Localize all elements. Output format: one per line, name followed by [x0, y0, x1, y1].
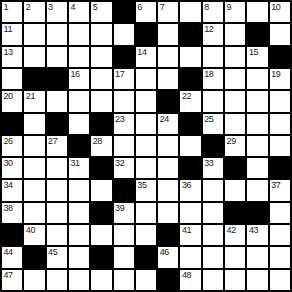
white-cell-r3c8[interactable] [158, 47, 178, 67]
white-cell-r9c3[interactable] [47, 180, 67, 200]
white-cell-r9c10[interactable] [203, 180, 223, 200]
white-cell-r13c12[interactable] [247, 270, 267, 290]
white-cell-r6c12[interactable] [247, 114, 267, 134]
white-cell-r9c1[interactable]: 34 [2, 180, 22, 200]
white-cell-r11c11[interactable]: 42 [225, 225, 245, 245]
clue-number-30: 30 [4, 158, 13, 168]
clue-number-15: 15 [249, 47, 258, 57]
black-cell-r9c6 [114, 180, 134, 200]
black-cell-r12c7 [136, 247, 156, 267]
white-cell-r13c11[interactable] [225, 270, 245, 290]
black-cell-r3c13 [270, 47, 290, 67]
white-cell-r12c10[interactable] [203, 247, 223, 267]
white-cell-r4c12[interactable] [247, 69, 267, 89]
white-cell-r4c6[interactable]: 17 [114, 69, 134, 89]
clue-number-8: 8 [204, 2, 209, 12]
white-cell-r3c4[interactable] [69, 47, 89, 67]
black-cell-r8c11 [225, 158, 245, 178]
white-cell-r9c2[interactable] [24, 180, 44, 200]
clue-number-21: 21 [26, 91, 35, 101]
clue-number-34: 34 [4, 180, 13, 190]
white-cell-r1c7[interactable]: 6 [136, 2, 156, 22]
black-cell-r2c7 [136, 24, 156, 44]
white-cell-r3c7[interactable]: 14 [136, 47, 156, 67]
clue-number-19: 19 [271, 69, 280, 79]
white-cell-r3c9[interactable] [180, 47, 200, 67]
clue-number-29: 29 [227, 136, 236, 146]
white-cell-r13c10[interactable] [203, 270, 223, 290]
white-cell-r10c10[interactable] [203, 203, 223, 223]
white-cell-r6c10[interactable]: 25 [203, 114, 223, 134]
white-cell-r13c5[interactable] [91, 270, 111, 290]
white-cell-r6c2[interactable] [24, 114, 44, 134]
clue-number-18: 18 [204, 69, 213, 79]
white-cell-r11c10[interactable] [203, 225, 223, 245]
white-cell-r5c9[interactable]: 22 [180, 91, 200, 111]
white-cell-r9c9[interactable]: 36 [180, 180, 200, 200]
white-cell-r7c13[interactable] [270, 136, 290, 156]
white-cell-r3c11[interactable] [225, 47, 245, 67]
white-cell-r10c1[interactable]: 38 [2, 203, 22, 223]
clue-number-7: 7 [160, 2, 165, 12]
clue-number-5: 5 [93, 2, 98, 12]
black-cell-r2c12 [247, 24, 267, 44]
white-cell-r13c4[interactable] [69, 270, 89, 290]
white-cell-r7c7[interactable] [136, 136, 156, 156]
white-cell-r13c9[interactable]: 48 [180, 270, 200, 290]
white-cell-r1c5[interactable]: 5 [91, 2, 111, 22]
white-cell-r11c5[interactable] [91, 225, 111, 245]
white-cell-r8c10[interactable]: 33 [203, 158, 223, 178]
clue-number-44: 44 [4, 247, 13, 257]
white-cell-r11c9[interactable]: 41 [180, 225, 200, 245]
white-cell-r3c12[interactable]: 15 [247, 47, 267, 67]
black-cell-r10c5 [91, 203, 111, 223]
white-cell-r12c1[interactable]: 44 [2, 247, 22, 267]
white-cell-r1c12[interactable] [247, 2, 267, 22]
white-cell-r13c6[interactable] [114, 270, 134, 290]
clue-number-27: 27 [48, 136, 57, 146]
white-cell-r8c12[interactable] [247, 158, 267, 178]
white-cell-r6c4[interactable] [69, 114, 89, 134]
clue-number-43: 43 [249, 225, 258, 235]
white-cell-r8c3[interactable] [47, 158, 67, 178]
white-cell-r5c1[interactable]: 20 [2, 91, 22, 111]
clue-number-4: 4 [70, 2, 75, 12]
white-cell-r13c2[interactable] [24, 270, 44, 290]
white-cell-r10c6[interactable]: 39 [114, 203, 134, 223]
black-cell-r11c1 [2, 225, 22, 245]
white-cell-r2c2[interactable] [24, 24, 44, 44]
white-cell-r13c1[interactable]: 47 [2, 270, 22, 290]
clue-number-11: 11 [4, 24, 13, 34]
white-cell-r5c6[interactable] [114, 91, 134, 111]
clue-number-37: 37 [271, 180, 280, 190]
white-cell-r2c6[interactable] [114, 24, 134, 44]
white-cell-r11c4[interactable] [69, 225, 89, 245]
clue-number-40: 40 [26, 225, 35, 235]
white-cell-r9c8[interactable] [158, 180, 178, 200]
black-cell-r4c3 [47, 69, 67, 89]
white-cell-r11c6[interactable] [114, 225, 134, 245]
clue-number-24: 24 [160, 114, 169, 124]
black-cell-r5c8 [158, 91, 178, 111]
black-cell-r6c9 [180, 114, 200, 134]
white-cell-r2c3[interactable] [47, 24, 67, 44]
white-cell-r12c4[interactable] [69, 247, 89, 267]
clue-number-9: 9 [227, 2, 232, 12]
white-cell-r12c13[interactable] [270, 247, 290, 267]
white-cell-r1c2[interactable]: 2 [24, 2, 44, 22]
white-cell-r7c11[interactable]: 29 [225, 136, 245, 156]
black-cell-r11c8 [158, 225, 178, 245]
white-cell-r9c5[interactable] [91, 180, 111, 200]
black-cell-r7c10 [203, 136, 223, 156]
clue-number-28: 28 [93, 136, 102, 146]
black-cell-r1c6 [114, 2, 134, 22]
white-cell-r3c5[interactable] [91, 47, 111, 67]
white-cell-r11c12[interactable]: 43 [247, 225, 267, 245]
black-cell-r4c2 [24, 69, 44, 89]
white-cell-r12c6[interactable] [114, 247, 134, 267]
white-cell-r9c13[interactable]: 37 [270, 180, 290, 200]
white-cell-r8c7[interactable] [136, 158, 156, 178]
black-cell-r2c9 [180, 24, 200, 44]
black-cell-r6c5 [91, 114, 111, 134]
black-cell-r3c6 [114, 47, 134, 67]
white-cell-r5c2[interactable]: 21 [24, 91, 44, 111]
white-cell-r2c8[interactable] [158, 24, 178, 44]
black-cell-r10c12 [247, 203, 267, 223]
clue-number-45: 45 [48, 247, 57, 257]
white-cell-r7c9[interactable] [180, 136, 200, 156]
white-cell-r10c7[interactable] [136, 203, 156, 223]
white-cell-r6c8[interactable]: 24 [158, 114, 178, 134]
clue-number-47: 47 [4, 270, 13, 280]
white-cell-r1c11[interactable]: 9 [225, 2, 245, 22]
white-cell-r6c11[interactable] [225, 114, 245, 134]
white-cell-r9c11[interactable] [225, 180, 245, 200]
white-cell-r5c4[interactable] [69, 91, 89, 111]
white-cell-r5c3[interactable] [47, 91, 67, 111]
white-cell-r8c8[interactable] [158, 158, 178, 178]
white-cell-r2c11[interactable] [225, 24, 245, 44]
white-cell-r4c4[interactable]: 16 [69, 69, 89, 89]
clue-number-17: 17 [115, 69, 124, 79]
black-cell-r8c5 [91, 158, 111, 178]
clue-number-35: 35 [137, 180, 146, 190]
white-cell-r1c10[interactable]: 8 [203, 2, 223, 22]
clue-number-10: 10 [271, 2, 280, 12]
white-cell-r12c11[interactable] [225, 247, 245, 267]
clue-number-41: 41 [182, 225, 191, 235]
white-cell-r11c7[interactable] [136, 225, 156, 245]
white-cell-r5c7[interactable] [136, 91, 156, 111]
black-cell-r8c13 [270, 158, 290, 178]
black-cell-r10c11 [225, 203, 245, 223]
white-cell-r1c3[interactable]: 3 [47, 2, 67, 22]
white-cell-r1c13[interactable]: 10 [270, 2, 290, 22]
black-cell-r6c3 [47, 114, 67, 134]
white-cell-r8c4[interactable]: 31 [69, 158, 89, 178]
clue-number-16: 16 [70, 69, 79, 79]
clue-number-26: 26 [4, 136, 13, 146]
white-cell-r5c12[interactable] [247, 91, 267, 111]
white-cell-r9c7[interactable]: 35 [136, 180, 156, 200]
white-cell-r4c5[interactable] [91, 69, 111, 89]
clue-number-22: 22 [182, 91, 191, 101]
white-cell-r5c11[interactable] [225, 91, 245, 111]
white-cell-r9c4[interactable] [69, 180, 89, 200]
clue-number-25: 25 [204, 114, 213, 124]
white-cell-r7c12[interactable] [247, 136, 267, 156]
clue-number-13: 13 [4, 47, 13, 57]
white-cell-r4c13[interactable]: 19 [270, 69, 290, 89]
white-cell-r8c6[interactable]: 32 [114, 158, 134, 178]
clue-number-14: 14 [137, 47, 146, 57]
white-cell-r9c12[interactable] [247, 180, 267, 200]
white-cell-r4c1[interactable] [2, 69, 22, 89]
clue-number-48: 48 [182, 270, 191, 280]
white-cell-r8c1[interactable]: 30 [2, 158, 22, 178]
white-cell-r8c2[interactable] [24, 158, 44, 178]
black-cell-r12c2 [24, 247, 44, 267]
white-cell-r13c7[interactable] [136, 270, 156, 290]
white-cell-r10c13[interactable] [270, 203, 290, 223]
white-cell-r12c8[interactable]: 46 [158, 247, 178, 267]
clue-number-20: 20 [4, 91, 13, 101]
black-cell-r12c5 [91, 247, 111, 267]
black-cell-r4c9 [180, 69, 200, 89]
white-cell-r5c10[interactable] [203, 91, 223, 111]
white-cell-r12c9[interactable] [180, 247, 200, 267]
white-cell-r7c2[interactable] [24, 136, 44, 156]
white-cell-r7c3[interactable]: 27 [47, 136, 67, 156]
white-cell-r3c10[interactable] [203, 47, 223, 67]
clue-number-3: 3 [48, 2, 53, 12]
clue-number-46: 46 [160, 247, 169, 257]
white-cell-r4c10[interactable]: 18 [203, 69, 223, 89]
clue-number-42: 42 [227, 225, 236, 235]
white-cell-r1c4[interactable]: 4 [69, 2, 89, 22]
white-cell-r12c3[interactable]: 45 [47, 247, 67, 267]
white-cell-r2c1[interactable]: 11 [2, 24, 22, 44]
white-cell-r7c1[interactable]: 26 [2, 136, 22, 156]
black-cell-r13c8 [158, 270, 178, 290]
white-cell-r2c13[interactable] [270, 24, 290, 44]
white-cell-r2c5[interactable] [91, 24, 111, 44]
white-cell-r13c3[interactable] [47, 270, 67, 290]
clue-number-39: 39 [115, 203, 124, 213]
white-cell-r3c2[interactable] [24, 47, 44, 67]
white-cell-r3c1[interactable]: 13 [2, 47, 22, 67]
white-cell-r10c9[interactable] [180, 203, 200, 223]
white-cell-r2c4[interactable] [69, 24, 89, 44]
white-cell-r3c3[interactable] [47, 47, 67, 67]
white-cell-r11c3[interactable] [47, 225, 67, 245]
white-cell-r6c7[interactable] [136, 114, 156, 134]
white-cell-r1c1[interactable]: 1 [2, 2, 22, 22]
white-cell-r2c10[interactable]: 12 [203, 24, 223, 44]
white-cell-r11c2[interactable]: 40 [24, 225, 44, 245]
white-cell-r7c8[interactable] [158, 136, 178, 156]
clue-number-32: 32 [115, 158, 124, 168]
white-cell-r10c2[interactable] [24, 203, 44, 223]
white-cell-r6c13[interactable] [270, 114, 290, 134]
white-cell-r4c7[interactable] [136, 69, 156, 89]
white-cell-r13c13[interactable] [270, 270, 290, 290]
crossword-grid: 1234567891011121314151617181920212223242… [0, 0, 292, 292]
clue-number-38: 38 [4, 203, 13, 213]
clue-number-36: 36 [182, 180, 191, 190]
black-cell-r6c1 [2, 114, 22, 134]
white-cell-r7c6[interactable] [114, 136, 134, 156]
clue-number-23: 23 [115, 114, 124, 124]
white-cell-r5c5[interactable] [91, 91, 111, 111]
black-cell-r7c4 [69, 136, 89, 156]
white-cell-r4c8[interactable] [158, 69, 178, 89]
white-cell-r12c12[interactable] [247, 247, 267, 267]
clue-number-2: 2 [26, 2, 31, 12]
clue-number-31: 31 [70, 158, 79, 168]
clue-number-12: 12 [204, 24, 213, 34]
white-cell-r1c8[interactable]: 7 [158, 2, 178, 22]
clue-number-6: 6 [137, 2, 142, 12]
white-cell-r7c5[interactable]: 28 [91, 136, 111, 156]
clue-number-33: 33 [204, 158, 213, 168]
white-cell-r10c4[interactable] [69, 203, 89, 223]
black-cell-r8c9 [180, 158, 200, 178]
white-cell-r10c8[interactable] [158, 203, 178, 223]
clue-number-1: 1 [4, 2, 9, 12]
white-cell-r11c13[interactable] [270, 225, 290, 245]
white-cell-r1c9[interactable] [180, 2, 200, 22]
white-cell-r6c6[interactable]: 23 [114, 114, 134, 134]
white-cell-r4c11[interactable] [225, 69, 245, 89]
white-cell-r5c13[interactable] [270, 91, 290, 111]
white-cell-r10c3[interactable] [47, 203, 67, 223]
